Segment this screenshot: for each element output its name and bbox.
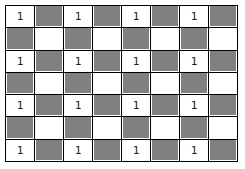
cell-r5c5[interactable]: 1 — [122, 95, 150, 116]
cell-r7c3[interactable]: 1 — [64, 140, 92, 161]
cell-r7c1[interactable]: 1 — [6, 140, 34, 161]
cell-r3c6[interactable] — [151, 51, 179, 72]
cell-r2c4[interactable] — [93, 28, 121, 49]
cell-r1c8[interactable] — [209, 6, 237, 27]
cell-r6c3[interactable] — [64, 117, 92, 138]
cell-r5c4[interactable] — [93, 95, 121, 116]
cell-r3c8[interactable] — [209, 51, 237, 72]
cell-r5c7[interactable]: 1 — [180, 95, 208, 116]
cell-r5c3[interactable]: 1 — [64, 95, 92, 116]
cell-r3c4[interactable] — [93, 51, 121, 72]
cell-r4c5[interactable] — [122, 73, 150, 94]
cell-r1c7[interactable]: 1 — [180, 6, 208, 27]
cell-r7c2[interactable] — [35, 140, 63, 161]
cell-value: 1 — [17, 145, 24, 156]
cell-r6c2[interactable] — [35, 117, 63, 138]
cell-r4c6[interactable] — [151, 73, 179, 94]
cell-r1c2[interactable] — [35, 6, 63, 27]
cell-r2c5[interactable] — [122, 28, 150, 49]
cell-value: 1 — [75, 11, 82, 22]
cell-r6c1[interactable] — [6, 117, 34, 138]
cell-r7c7[interactable]: 1 — [180, 140, 208, 161]
cell-r7c5[interactable]: 1 — [122, 140, 150, 161]
cell-r3c7[interactable]: 1 — [180, 51, 208, 72]
checkerboard-grid: 1111111111111111 — [5, 5, 238, 162]
cell-r2c7[interactable] — [180, 28, 208, 49]
cell-r4c7[interactable] — [180, 73, 208, 94]
cell-r4c1[interactable] — [6, 73, 34, 94]
cell-r2c1[interactable] — [6, 28, 34, 49]
cell-value: 1 — [133, 100, 140, 111]
cell-r5c1[interactable]: 1 — [6, 95, 34, 116]
cell-r3c1[interactable]: 1 — [6, 51, 34, 72]
cell-r1c1[interactable]: 1 — [6, 6, 34, 27]
cell-r1c6[interactable] — [151, 6, 179, 27]
cell-r4c3[interactable] — [64, 73, 92, 94]
cell-value: 1 — [191, 100, 198, 111]
cell-r1c4[interactable] — [93, 6, 121, 27]
cell-value: 1 — [191, 11, 198, 22]
cell-r2c3[interactable] — [64, 28, 92, 49]
cell-r4c8[interactable] — [209, 73, 237, 94]
cell-r6c4[interactable] — [93, 117, 121, 138]
cell-r1c5[interactable]: 1 — [122, 6, 150, 27]
cell-r6c5[interactable] — [122, 117, 150, 138]
cell-value: 1 — [133, 56, 140, 67]
cell-value: 1 — [133, 145, 140, 156]
cell-r4c2[interactable] — [35, 73, 63, 94]
cell-value: 1 — [17, 56, 24, 67]
cell-r7c6[interactable] — [151, 140, 179, 161]
cell-r6c6[interactable] — [151, 117, 179, 138]
cell-value: 1 — [17, 11, 24, 22]
cell-r2c6[interactable] — [151, 28, 179, 49]
cell-r5c6[interactable] — [151, 95, 179, 116]
cell-value: 1 — [17, 100, 24, 111]
cell-value: 1 — [75, 100, 82, 111]
cell-r3c2[interactable] — [35, 51, 63, 72]
cell-value: 1 — [191, 56, 198, 67]
cell-value: 1 — [191, 145, 198, 156]
cell-r6c7[interactable] — [180, 117, 208, 138]
cell-r5c2[interactable] — [35, 95, 63, 116]
cell-r5c8[interactable] — [209, 95, 237, 116]
cell-r6c8[interactable] — [209, 117, 237, 138]
cell-r3c5[interactable]: 1 — [122, 51, 150, 72]
cell-r4c4[interactable] — [93, 73, 121, 94]
cell-value: 1 — [133, 11, 140, 22]
cell-r1c3[interactable]: 1 — [64, 6, 92, 27]
cell-r7c4[interactable] — [93, 140, 121, 161]
cell-r3c3[interactable]: 1 — [64, 51, 92, 72]
cell-r2c8[interactable] — [209, 28, 237, 49]
cell-value: 1 — [75, 56, 82, 67]
cell-value: 1 — [75, 145, 82, 156]
cell-r7c8[interactable] — [209, 140, 237, 161]
cell-r2c2[interactable] — [35, 28, 63, 49]
